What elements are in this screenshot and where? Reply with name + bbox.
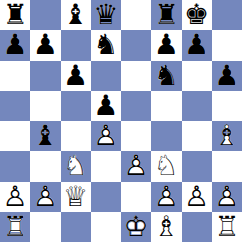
square-f8[interactable]: ♖♜ <box>151 0 181 30</box>
black-queen[interactable]: ♕♛ <box>91 0 121 30</box>
piece-line-layer: ♙ <box>151 182 181 212</box>
piece-line-layer: ♞ <box>151 61 181 91</box>
black-knight[interactable]: ♘♞ <box>151 61 181 91</box>
white-pawn[interactable]: ♟♙ <box>151 182 181 212</box>
white-bishop[interactable]: ♝♗ <box>151 212 181 242</box>
square-a3[interactable] <box>0 151 30 181</box>
square-e8[interactable] <box>121 0 151 30</box>
square-c6[interactable]: ♙♟ <box>61 61 91 91</box>
white-queen[interactable]: ♛♕ <box>61 182 91 212</box>
square-f5[interactable] <box>151 91 181 121</box>
black-pawn[interactable]: ♙♟ <box>182 30 212 60</box>
black-bishop[interactable]: ♗♝ <box>30 121 60 151</box>
square-e2[interactable] <box>121 182 151 212</box>
square-b2[interactable]: ♟♙ <box>30 182 60 212</box>
piece-line-layer: ♘ <box>151 151 181 181</box>
square-c7[interactable] <box>61 30 91 60</box>
square-h8[interactable] <box>212 0 242 30</box>
square-h2[interactable]: ♟♙ <box>212 182 242 212</box>
square-h1[interactable]: ♜♖ <box>212 212 242 242</box>
piece-line-layer: ♞ <box>91 30 121 60</box>
square-h4[interactable]: ♝♗ <box>212 121 242 151</box>
piece-line-layer: ♝ <box>30 121 60 151</box>
square-b8[interactable] <box>30 0 60 30</box>
square-f7[interactable]: ♙♟ <box>151 30 181 60</box>
black-bishop[interactable]: ♗♝ <box>61 0 91 30</box>
piece-line-layer: ♜ <box>151 0 181 30</box>
square-d8[interactable]: ♕♛ <box>91 0 121 30</box>
black-pawn[interactable]: ♙♟ <box>212 61 242 91</box>
square-a4[interactable] <box>0 121 30 151</box>
square-g8[interactable]: ♔♚ <box>182 0 212 30</box>
black-rook[interactable]: ♖♜ <box>0 0 30 30</box>
piece-line-layer: ♙ <box>182 182 212 212</box>
square-g4[interactable] <box>182 121 212 151</box>
square-b6[interactable] <box>30 61 60 91</box>
square-e1[interactable]: ♚♔ <box>121 212 151 242</box>
square-e5[interactable] <box>121 91 151 121</box>
square-g7[interactable]: ♙♟ <box>182 30 212 60</box>
square-a5[interactable] <box>0 91 30 121</box>
white-pawn[interactable]: ♟♙ <box>0 182 30 212</box>
piece-line-layer: ♚ <box>182 0 212 30</box>
square-c3[interactable]: ♞♘ <box>61 151 91 181</box>
square-b5[interactable] <box>30 91 60 121</box>
white-rook[interactable]: ♜♖ <box>212 212 242 242</box>
piece-line-layer: ♙ <box>30 182 60 212</box>
piece-line-layer: ♙ <box>91 121 121 151</box>
piece-line-layer: ♙ <box>212 182 242 212</box>
piece-line-layer: ♟ <box>30 30 60 60</box>
piece-line-layer: ♖ <box>212 212 242 242</box>
square-d1[interactable] <box>91 212 121 242</box>
square-h7[interactable] <box>212 30 242 60</box>
black-pawn[interactable]: ♙♟ <box>91 91 121 121</box>
square-h5[interactable] <box>212 91 242 121</box>
square-h6[interactable]: ♙♟ <box>212 61 242 91</box>
square-a7[interactable]: ♙♟ <box>0 30 30 60</box>
square-d4[interactable]: ♟♙ <box>91 121 121 151</box>
piece-line-layer: ♟ <box>0 30 30 60</box>
square-g5[interactable] <box>182 91 212 121</box>
square-c1[interactable] <box>61 212 91 242</box>
piece-line-layer: ♙ <box>121 151 151 181</box>
piece-line-layer: ♟ <box>212 61 242 91</box>
white-bishop[interactable]: ♝♗ <box>212 121 242 151</box>
black-king[interactable]: ♔♚ <box>182 0 212 30</box>
piece-line-layer: ♘ <box>61 151 91 181</box>
piece-line-layer: ♗ <box>212 121 242 151</box>
square-d5[interactable]: ♙♟ <box>91 91 121 121</box>
square-e7[interactable] <box>121 30 151 60</box>
square-g1[interactable] <box>182 212 212 242</box>
square-g3[interactable] <box>182 151 212 181</box>
piece-line-layer: ♟ <box>151 30 181 60</box>
square-e4[interactable] <box>121 121 151 151</box>
square-d2[interactable] <box>91 182 121 212</box>
square-a1[interactable]: ♜♖ <box>0 212 30 242</box>
square-a8[interactable]: ♖♜ <box>0 0 30 30</box>
square-g2[interactable]: ♟♙ <box>182 182 212 212</box>
piece-line-layer: ♟ <box>61 61 91 91</box>
piece-line-layer: ♜ <box>0 0 30 30</box>
black-knight[interactable]: ♘♞ <box>91 30 121 60</box>
square-f4[interactable] <box>151 121 181 151</box>
black-pawn[interactable]: ♙♟ <box>151 30 181 60</box>
white-pawn[interactable]: ♟♙ <box>212 182 242 212</box>
square-f2[interactable]: ♟♙ <box>151 182 181 212</box>
square-g6[interactable] <box>182 61 212 91</box>
piece-line-layer: ♝ <box>61 0 91 30</box>
square-f3[interactable]: ♞♘ <box>151 151 181 181</box>
square-c4[interactable] <box>61 121 91 151</box>
white-pawn[interactable]: ♟♙ <box>91 121 121 151</box>
piece-line-layer: ♛ <box>91 0 121 30</box>
square-d3[interactable] <box>91 151 121 181</box>
white-pawn[interactable]: ♟♙ <box>121 151 151 181</box>
piece-line-layer: ♕ <box>61 182 91 212</box>
black-pawn[interactable]: ♙♟ <box>0 30 30 60</box>
square-c5[interactable] <box>61 91 91 121</box>
white-pawn[interactable]: ♟♙ <box>30 182 60 212</box>
white-knight[interactable]: ♞♘ <box>61 151 91 181</box>
piece-line-layer: ♗ <box>151 212 181 242</box>
piece-line-layer: ♟ <box>182 30 212 60</box>
piece-line-layer: ♔ <box>121 212 151 242</box>
square-c8[interactable]: ♗♝ <box>61 0 91 30</box>
square-d7[interactable]: ♘♞ <box>91 30 121 60</box>
square-h3[interactable] <box>212 151 242 181</box>
square-b7[interactable]: ♙♟ <box>30 30 60 60</box>
square-b1[interactable] <box>30 212 60 242</box>
black-pawn[interactable]: ♙♟ <box>61 61 91 91</box>
square-b3[interactable] <box>30 151 60 181</box>
piece-line-layer: ♖ <box>0 212 30 242</box>
square-e3[interactable]: ♟♙ <box>121 151 151 181</box>
chess-board[interactable]: ♖♜♗♝♕♛♖♜♔♚♙♟♙♟♘♞♙♟♙♟♙♟♘♞♙♟♙♟♗♝♟♙♝♗♞♘♟♙♞♘… <box>0 0 242 242</box>
square-d6[interactable] <box>91 61 121 91</box>
square-e6[interactable] <box>121 61 151 91</box>
white-king[interactable]: ♚♔ <box>121 212 151 242</box>
square-c2[interactable]: ♛♕ <box>61 182 91 212</box>
square-b4[interactable]: ♗♝ <box>30 121 60 151</box>
square-f1[interactable]: ♝♗ <box>151 212 181 242</box>
black-rook[interactable]: ♖♜ <box>151 0 181 30</box>
square-a2[interactable]: ♟♙ <box>0 182 30 212</box>
white-knight[interactable]: ♞♘ <box>151 151 181 181</box>
black-pawn[interactable]: ♙♟ <box>30 30 60 60</box>
piece-line-layer: ♙ <box>0 182 30 212</box>
white-pawn[interactable]: ♟♙ <box>182 182 212 212</box>
white-rook[interactable]: ♜♖ <box>0 212 30 242</box>
square-a6[interactable] <box>0 61 30 91</box>
piece-line-layer: ♟ <box>91 91 121 121</box>
square-f6[interactable]: ♘♞ <box>151 61 181 91</box>
